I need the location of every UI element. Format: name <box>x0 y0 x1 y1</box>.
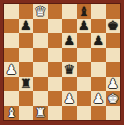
square-b3[interactable]: ♜ <box>19 77 34 92</box>
square-a3[interactable] <box>4 77 19 92</box>
square-h3[interactable]: ♟ <box>106 77 121 92</box>
square-a1[interactable]: ♝ <box>4 106 19 121</box>
white-pawn-e2[interactable]: ♟ <box>63 91 75 104</box>
square-b6[interactable] <box>19 33 34 48</box>
square-f8[interactable]: ♝ <box>77 4 92 19</box>
square-h2[interactable]: ♚ <box>106 91 121 106</box>
square-d7[interactable] <box>48 19 63 34</box>
white-pawn-a4[interactable]: ♟ <box>5 62 17 75</box>
white-pawn-h3[interactable]: ♟ <box>107 77 119 90</box>
white-pawn-g2[interactable]: ♟ <box>92 91 104 104</box>
black-pawn-b7[interactable]: ♟ <box>20 19 32 32</box>
square-a6[interactable] <box>4 33 19 48</box>
square-c2[interactable] <box>33 91 48 106</box>
white-king-h2[interactable]: ♚ <box>107 91 119 104</box>
square-e2[interactable]: ♟ <box>62 91 77 106</box>
square-b5[interactable] <box>19 48 34 63</box>
square-c1[interactable]: ♜ <box>33 106 48 121</box>
square-g4[interactable] <box>91 62 106 77</box>
square-d1[interactable] <box>48 106 63 121</box>
square-c8[interactable]: ♛ <box>33 4 48 19</box>
black-king-h7[interactable]: ♚ <box>107 19 119 32</box>
square-b1[interactable] <box>19 106 34 121</box>
square-b4[interactable] <box>19 62 34 77</box>
chess-diagram: ♛♝♟♟♚♟♟♟♛♜♟♟♟♚♝♜ <box>0 0 124 125</box>
square-h4[interactable] <box>106 62 121 77</box>
white-rook-c1[interactable]: ♜ <box>34 106 46 119</box>
square-a8[interactable] <box>4 4 19 19</box>
square-f5[interactable] <box>77 48 92 63</box>
square-e8[interactable] <box>62 4 77 19</box>
black-pawn-g6[interactable]: ♟ <box>92 33 104 46</box>
square-g3[interactable] <box>91 77 106 92</box>
white-queen-c8[interactable]: ♛ <box>34 4 46 17</box>
square-e5[interactable] <box>62 48 77 63</box>
square-h8[interactable] <box>106 4 121 19</box>
white-bishop-a1[interactable]: ♝ <box>5 106 17 119</box>
square-e4[interactable]: ♛ <box>62 62 77 77</box>
square-g1[interactable] <box>91 106 106 121</box>
square-a7[interactable] <box>4 19 19 34</box>
square-e3[interactable] <box>62 77 77 92</box>
square-c4[interactable] <box>33 62 48 77</box>
black-queen-e4[interactable]: ♛ <box>63 62 75 75</box>
square-d3[interactable] <box>48 77 63 92</box>
square-d2[interactable] <box>48 91 63 106</box>
black-bishop-f8[interactable]: ♝ <box>78 4 90 17</box>
black-rook-b3[interactable]: ♜ <box>20 77 32 90</box>
square-a2[interactable] <box>4 91 19 106</box>
square-a5[interactable] <box>4 48 19 63</box>
square-h1[interactable] <box>106 106 121 121</box>
square-d4[interactable] <box>48 62 63 77</box>
square-f7[interactable]: ♟ <box>77 19 92 34</box>
square-b7[interactable]: ♟ <box>19 19 34 34</box>
square-b8[interactable] <box>19 4 34 19</box>
square-h6[interactable] <box>106 33 121 48</box>
black-pawn-f7[interactable]: ♟ <box>78 19 90 32</box>
square-d8[interactable] <box>48 4 63 19</box>
square-f6[interactable] <box>77 33 92 48</box>
square-g6[interactable]: ♟ <box>91 33 106 48</box>
square-d5[interactable] <box>48 48 63 63</box>
square-e7[interactable] <box>62 19 77 34</box>
square-d6[interactable] <box>48 33 63 48</box>
square-g8[interactable] <box>91 4 106 19</box>
square-f1[interactable] <box>77 106 92 121</box>
square-g7[interactable] <box>91 19 106 34</box>
square-e6[interactable]: ♟ <box>62 33 77 48</box>
square-c7[interactable] <box>33 19 48 34</box>
square-e1[interactable] <box>62 106 77 121</box>
square-g5[interactable] <box>91 48 106 63</box>
square-f4[interactable] <box>77 62 92 77</box>
square-f2[interactable] <box>77 91 92 106</box>
square-g2[interactable]: ♟ <box>91 91 106 106</box>
square-f3[interactable] <box>77 77 92 92</box>
black-pawn-e6[interactable]: ♟ <box>63 33 75 46</box>
square-a4[interactable]: ♟ <box>4 62 19 77</box>
square-h5[interactable] <box>106 48 121 63</box>
square-c6[interactable] <box>33 33 48 48</box>
square-c3[interactable] <box>33 77 48 92</box>
square-c5[interactable] <box>33 48 48 63</box>
square-h7[interactable]: ♚ <box>106 19 121 34</box>
chess-board: ♛♝♟♟♚♟♟♟♛♜♟♟♟♚♝♜ <box>4 4 120 120</box>
square-b2[interactable] <box>19 91 34 106</box>
